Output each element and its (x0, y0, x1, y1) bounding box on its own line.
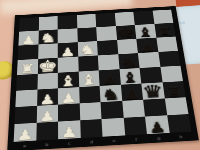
white-pawn: ♟ (39, 93, 55, 107)
square-e6 (97, 40, 118, 56)
white-knight: ♞ (79, 43, 97, 57)
black-bishop: ♝ (136, 26, 155, 40)
white-king: ♚ (37, 58, 57, 75)
square-a8 (19, 17, 39, 31)
white-pawn: ♟ (16, 127, 33, 142)
square-a3 (15, 90, 37, 108)
file-label: d (80, 139, 103, 145)
black-queen: ♛ (141, 82, 164, 100)
black-rook: ♜ (165, 85, 184, 99)
square-a2 (15, 106, 37, 124)
square-e2 (101, 101, 124, 119)
square-e4: ♟ (99, 69, 121, 86)
square-c4: ♝ (58, 72, 79, 89)
board-grid: ♟♞♚♝♜♟♞♟♜♚♞♝♝♟♝♟♟♞♟♛♜♟♟♟♟ (14, 10, 192, 142)
square-h7: ♜ (154, 23, 176, 38)
square-g1: ♟ (145, 115, 169, 134)
square-f2 (122, 100, 145, 118)
chess-photo-scene: Fun ♟♞♚♝♜♟♞♟♜♚♞♝♝♟♝♟♟♞♟♛♜♟♟♟♟ abcdefgh (0, 0, 200, 150)
square-d8 (77, 14, 97, 28)
white-pawn: ♟ (60, 91, 76, 105)
square-f4: ♝ (119, 68, 141, 85)
square-c1: ♟ (58, 120, 80, 139)
square-a1: ♟ (14, 123, 37, 142)
black-pawn: ♟ (139, 41, 156, 53)
square-g8 (133, 11, 154, 25)
square-a7: ♟ (18, 31, 38, 46)
square-h3: ♜ (162, 81, 186, 98)
square-h1 (167, 114, 192, 133)
file-label: b (36, 142, 58, 148)
square-e8 (95, 13, 115, 27)
black-knight: ♞ (101, 87, 121, 103)
file-label: c (58, 140, 80, 146)
square-g5 (138, 52, 160, 68)
square-g6: ♟ (136, 38, 158, 53)
square-c3: ♟ (58, 87, 79, 104)
black-pawn: ♟ (123, 88, 140, 102)
square-b8 (38, 16, 57, 30)
black-bishop: ♝ (121, 70, 141, 85)
square-b5: ♚ (37, 58, 57, 74)
white-rook: ♜ (19, 62, 36, 76)
square-d6: ♞ (77, 41, 97, 57)
file-label: f (125, 136, 148, 142)
white-pawn: ♟ (39, 109, 55, 123)
square-e1 (102, 118, 125, 137)
square-b2: ♟ (36, 105, 58, 123)
square-f3: ♟ (120, 84, 143, 101)
square-b1 (36, 122, 58, 141)
chess-board: ♟♞♚♝♜♟♞♟♜♚♞♝♝♟♝♟♟♞♟♛♜♟♟♟♟ abcdefgh (0, 0, 199, 150)
square-c2 (58, 103, 80, 121)
black-rook: ♜ (156, 26, 173, 38)
square-f7: ♚ (115, 25, 136, 40)
white-pawn: ♟ (21, 34, 36, 46)
white-bishop: ♝ (59, 74, 77, 89)
square-g3: ♛ (141, 82, 164, 99)
square-d7 (77, 27, 97, 42)
square-b3: ♟ (37, 88, 58, 105)
square-c5 (58, 57, 78, 73)
white-pawn: ♟ (61, 125, 78, 140)
square-e3: ♞ (100, 85, 122, 102)
square-h4 (160, 66, 183, 83)
square-a5: ♜ (17, 59, 38, 75)
square-f5: ♞ (118, 53, 140, 69)
square-h8 (152, 10, 173, 24)
square-c6: ♟ (58, 42, 78, 58)
square-f1 (123, 117, 147, 136)
square-h5 (158, 51, 181, 67)
file-label: a (13, 143, 36, 149)
square-g7: ♝ (135, 24, 156, 39)
file-label: g (147, 135, 170, 141)
black-king: ♚ (116, 25, 137, 41)
square-d5 (78, 55, 99, 71)
square-d1 (80, 119, 103, 138)
square-d3 (79, 86, 101, 103)
square-a6 (18, 44, 38, 60)
black-knight: ♞ (119, 55, 138, 70)
square-d4: ♝ (78, 70, 99, 87)
file-label: e (103, 138, 126, 144)
square-c8 (58, 15, 77, 29)
square-e7 (96, 26, 116, 41)
square-e5 (98, 54, 119, 70)
square-c7 (58, 28, 78, 43)
file-label: h (169, 134, 192, 140)
black-pawn: ♟ (101, 73, 118, 86)
black-pawn: ♟ (148, 120, 166, 135)
square-d2 (79, 102, 101, 120)
square-b7: ♞ (38, 29, 58, 44)
white-bishop: ♝ (80, 72, 99, 87)
white-knight: ♞ (39, 31, 56, 45)
white-pawn: ♟ (60, 46, 75, 58)
board-frame: ♟♞♚♝♜♟♞♟♜♚♞♝♝♟♝♟♟♞♟♛♜♟♟♟♟ abcdefgh (7, 6, 199, 150)
